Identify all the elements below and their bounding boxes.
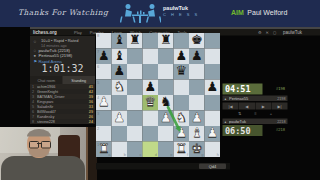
square-g8[interactable]: ♚ [189, 33, 205, 49]
piece-black-bishop[interactable]: ♝ [112, 32, 128, 48]
square-g4[interactable] [189, 95, 205, 111]
piece-black-bishop[interactable]: ♝ [112, 48, 128, 64]
flip-board-icon[interactable]: ⇅ [238, 111, 241, 116]
file-coord: e [170, 153, 172, 158]
square-a2[interactable]: 2 [96, 126, 112, 142]
square-d6[interactable] [143, 64, 159, 80]
standings-row[interactable]: 5SaladinSr33 [30, 104, 95, 109]
stream-banner: Thanks For Watching paulwTuk C H E S S [0, 0, 320, 27]
plus-icon[interactable]: + [270, 111, 272, 116]
square-c4[interactable] [127, 95, 143, 111]
square-e6[interactable] [158, 64, 174, 80]
square-d1[interactable]: d [143, 142, 159, 158]
square-a7[interactable]: 7♟ [96, 49, 112, 65]
standings-score: 24 [89, 119, 93, 124]
presenter-title-tag: AIM [231, 8, 244, 16]
last-move-button[interactable]: ▶| [272, 103, 288, 110]
square-d2[interactable] [143, 126, 159, 142]
standings-score: 29 [89, 109, 93, 114]
move-list-bar: Qd4 [96, 163, 230, 170]
white-player-bar-rating: 2218 [277, 119, 285, 124]
piece-white-knight[interactable]: ♞ [112, 79, 128, 95]
square-e4[interactable]: ♞ [158, 95, 174, 111]
standings-player-name: achim1966 [37, 84, 89, 89]
square-c6[interactable] [127, 64, 143, 80]
standings-row[interactable]: 3BATMAN_Driver39 [30, 94, 95, 99]
logo-title: paulwTuk [163, 5, 199, 11]
time-control-icon: ○ [34, 39, 37, 44]
game-sidebar: ○ 10+0 • Rapid • Rated 14 minutes ago ○p… [30, 36, 95, 124]
square-a8[interactable]: 8 [96, 33, 112, 49]
square-g2[interactable]: ♝ [189, 126, 205, 142]
square-e5[interactable] [158, 80, 174, 96]
piece-black-pawn[interactable]: ♟ [143, 79, 159, 95]
piece-black-pawn[interactable]: ♟ [112, 63, 128, 79]
square-b5[interactable]: ♞ [112, 80, 128, 96]
square-h2[interactable]: ♟ [205, 126, 221, 142]
piece-black-queen[interactable]: ♛ [174, 63, 190, 79]
square-f8[interactable] [174, 33, 190, 49]
site-logo[interactable]: lichess.org [33, 30, 57, 35]
piece-black-pawn[interactable]: ♟ [205, 79, 221, 95]
menu-icon[interactable]: ≡ [254, 111, 256, 116]
square-e8[interactable]: ♜ [158, 33, 174, 49]
file-coord: c [140, 153, 142, 158]
rank-coord: 2 [97, 127, 99, 132]
piece-white-pawn[interactable]: ♟ [205, 125, 221, 141]
standings-list: 1achim1966452GreenKnight423BATMAN_Driver… [30, 84, 95, 124]
gear-icon[interactable]: ⚙ [258, 30, 262, 35]
standings-score: 36 [89, 99, 93, 104]
square-b6[interactable]: ♟ [112, 64, 128, 80]
square-h6[interactable] [205, 64, 221, 80]
piece-black-pawn[interactable]: ♟ [96, 48, 112, 64]
standings-score: 45 [89, 84, 93, 89]
black-player-bar[interactable]: ● Pertinax55 2198 [223, 96, 288, 102]
square-c7[interactable] [127, 49, 143, 65]
piece-white-pawn[interactable]: ♟ [112, 110, 128, 126]
next-move-button[interactable]: ▶ [255, 103, 271, 110]
move-nav-buttons: |◀◀▶▶| [223, 103, 288, 110]
standings-row[interactable]: 1achim196645 [30, 84, 95, 89]
piece-black-king[interactable]: ♚ [189, 32, 205, 48]
square-e2[interactable] [158, 126, 174, 142]
white-player-bar[interactable]: ● paulwTuk 2218 [223, 119, 288, 125]
piece-white-pawn[interactable]: ♟ [174, 125, 190, 141]
file-coord: d [155, 153, 157, 158]
game-meta: 10+0 • Rapid • Rated [41, 39, 78, 44]
window-icon[interactable]: ◻ [273, 30, 276, 35]
square-b2[interactable] [112, 126, 128, 142]
standings-score: 39 [89, 94, 93, 99]
square-d7[interactable] [143, 49, 159, 65]
glasses-bridge [37, 143, 41, 144]
square-d5[interactable]: ♟ [143, 80, 159, 96]
banner-message: Thanks For Watching [18, 8, 108, 17]
square-g5[interactable] [189, 80, 205, 96]
white-clock: 06:50 [223, 125, 263, 136]
square-h8[interactable] [205, 33, 221, 49]
square-b4[interactable] [112, 95, 128, 111]
piece-white-bishop[interactable]: ♝ [189, 125, 205, 141]
square-f3[interactable]: ♞ [174, 111, 190, 127]
presenter-caption: AIMPaul Welford [231, 8, 287, 16]
black-player-bar-name: Pertinax55 [229, 96, 277, 101]
piece-black-pawn[interactable]: ♟ [174, 48, 190, 64]
board-tools: ⇅≡+ [223, 111, 288, 117]
white-rank-note: #218 [276, 128, 285, 133]
square-g1[interactable]: g♚ [189, 142, 205, 158]
square-b1[interactable]: b [112, 142, 128, 158]
tournament-clock: 1:01:32 [30, 62, 95, 74]
white-player-bar-name: paulwTuk [229, 119, 277, 124]
streamer-torso [1, 156, 85, 180]
square-c8[interactable]: ♜ [127, 33, 143, 49]
square-f1[interactable]: f♜ [174, 142, 190, 158]
square-f2[interactable]: ♟ [174, 126, 190, 142]
square-b7[interactable]: ♝ [112, 49, 128, 65]
close-icon[interactable]: ✕ [266, 30, 269, 35]
piece-black-pawn[interactable]: ♟ [189, 48, 205, 64]
square-h4[interactable] [205, 95, 221, 111]
square-g7[interactable]: ♟ [189, 49, 205, 65]
rank-coord: 3 [97, 111, 99, 116]
square-h1[interactable]: h [205, 142, 221, 158]
logo-text: paulwTuk C H E S S [163, 5, 199, 17]
square-c2[interactable] [127, 126, 143, 142]
rank-coord: 8 [97, 34, 99, 39]
prev-move-button[interactable]: ◀ [239, 103, 255, 110]
piece-white-pawn[interactable]: ♟ [189, 110, 205, 126]
square-a4[interactable]: 4♟ [96, 95, 112, 111]
presenter-name: Paul Welford [247, 8, 287, 16]
square-h5[interactable]: ♟ [205, 80, 221, 96]
sidebar-tabs: Chat roomStanding [30, 76, 95, 84]
black-clock: 04:51 [223, 84, 263, 95]
piece-white-rook[interactable]: ♜ [174, 141, 190, 157]
piece-white-knight[interactable]: ♞ [174, 110, 190, 126]
file-coord: b [124, 153, 126, 158]
square-a6[interactable]: 6 [96, 64, 112, 80]
square-e1[interactable]: e [158, 142, 174, 158]
chess-club-logo-icon [120, 3, 161, 25]
piece-white-pawn[interactable]: ♟ [158, 110, 174, 126]
username-menu[interactable]: paulwTuk [283, 30, 302, 35]
nav-icons: ⚙✕◻ [258, 30, 276, 35]
standings-player-name: GreenKnight [37, 89, 89, 94]
piece-white-queen[interactable]: ♛ [143, 94, 159, 110]
glasses-right-lens [41, 141, 51, 149]
standings-score: 42 [89, 89, 93, 94]
first-move-button[interactable]: |◀ [223, 103, 239, 110]
square-b3[interactable]: ♟ [112, 111, 128, 127]
black-player-name: Pertinax55 (2198) [39, 53, 73, 58]
black-rank-note: #198 [276, 86, 285, 91]
square-e7[interactable] [158, 49, 174, 65]
standings-row[interactable]: 6BillWood4729 [30, 109, 95, 114]
square-d4[interactable]: ♛ [143, 95, 159, 111]
square-a5[interactable]: 5 [96, 80, 112, 96]
piece-black-knight[interactable]: ♞ [158, 94, 174, 110]
piece-black-rook[interactable]: ♜ [127, 32, 143, 48]
square-h7[interactable] [205, 49, 221, 65]
square-f6[interactable]: ♛ [174, 64, 190, 80]
tab-chat-room[interactable]: Chat room [30, 76, 63, 84]
standings-score: 26 [89, 114, 93, 119]
square-f5[interactable] [174, 80, 190, 96]
square-g6[interactable] [189, 64, 205, 80]
square-a3[interactable]: 3 [96, 111, 112, 127]
square-d3[interactable] [143, 111, 159, 127]
square-c5[interactable] [127, 80, 143, 96]
square-c1[interactable]: c [127, 142, 143, 158]
square-b8[interactable]: ♝ [112, 33, 128, 49]
black-player-bar-rating: 2198 [277, 96, 285, 101]
current-move[interactable]: Qd4 [199, 164, 226, 170]
standings-row[interactable]: 8stevew22824 [30, 119, 95, 124]
square-c3[interactable] [127, 111, 143, 127]
square-a1[interactable]: 1a♜ [96, 142, 112, 158]
chess-board: 8♝♜♜♚7♟♝♟♟6♟♛5♞♟♟4♟♛♞3♟♟♞♟2♟♝♟1a♜bcdef♜g… [96, 33, 220, 157]
square-e3[interactable]: ♟ [158, 111, 174, 127]
standings-player-name: stevew228 [37, 119, 89, 124]
standings-player-name: Kandinsky [37, 114, 89, 119]
square-h3[interactable] [205, 111, 221, 127]
file-coord: h [217, 153, 219, 158]
standings-score: 33 [89, 104, 93, 109]
rank-coord: 5 [97, 80, 99, 85]
piece-white-pawn[interactable]: ♟ [96, 94, 112, 110]
stream-frame: Thanks For Watching paulwTuk C H E S S [0, 0, 320, 180]
streamer-stubble [29, 149, 49, 157]
rank-coord: 6 [97, 65, 99, 70]
standings-row[interactable]: 4Kingsparc36 [30, 99, 95, 104]
standings-player-name: BATMAN_Driver [37, 94, 89, 99]
black-player-line[interactable]: ●Pertinax55 (2198) [34, 53, 73, 58]
piece-white-king[interactable]: ♚ [189, 141, 205, 157]
logo-subtitle: C H E S S [163, 12, 199, 17]
board-grid: 8♝♜♜♚7♟♝♟♟6♟♛5♞♟♟4♟♛♞3♟♟♞♟2♟♝♟1a♜bcdef♜g… [96, 33, 220, 157]
standings-player-name: Kingsparc [37, 99, 89, 104]
standings-player-name: BillWood47 [37, 109, 89, 114]
nav-item-play[interactable]: Play [74, 31, 82, 36]
standings-row[interactable]: 2GreenKnight42 [30, 89, 95, 94]
standings-player-name: SaladinSr [37, 104, 89, 109]
square-g3[interactable]: ♟ [189, 111, 205, 127]
webcam-feed [0, 127, 97, 180]
square-f7[interactable]: ♟ [174, 49, 190, 65]
square-d8[interactable] [143, 33, 159, 49]
piece-black-rook[interactable]: ♜ [158, 32, 174, 48]
piece-white-rook[interactable]: ♜ [96, 141, 112, 157]
square-f4[interactable] [174, 95, 190, 111]
standings-row[interactable]: 7Kandinsky26 [30, 114, 95, 119]
tab-standing[interactable]: Standing [63, 76, 96, 84]
